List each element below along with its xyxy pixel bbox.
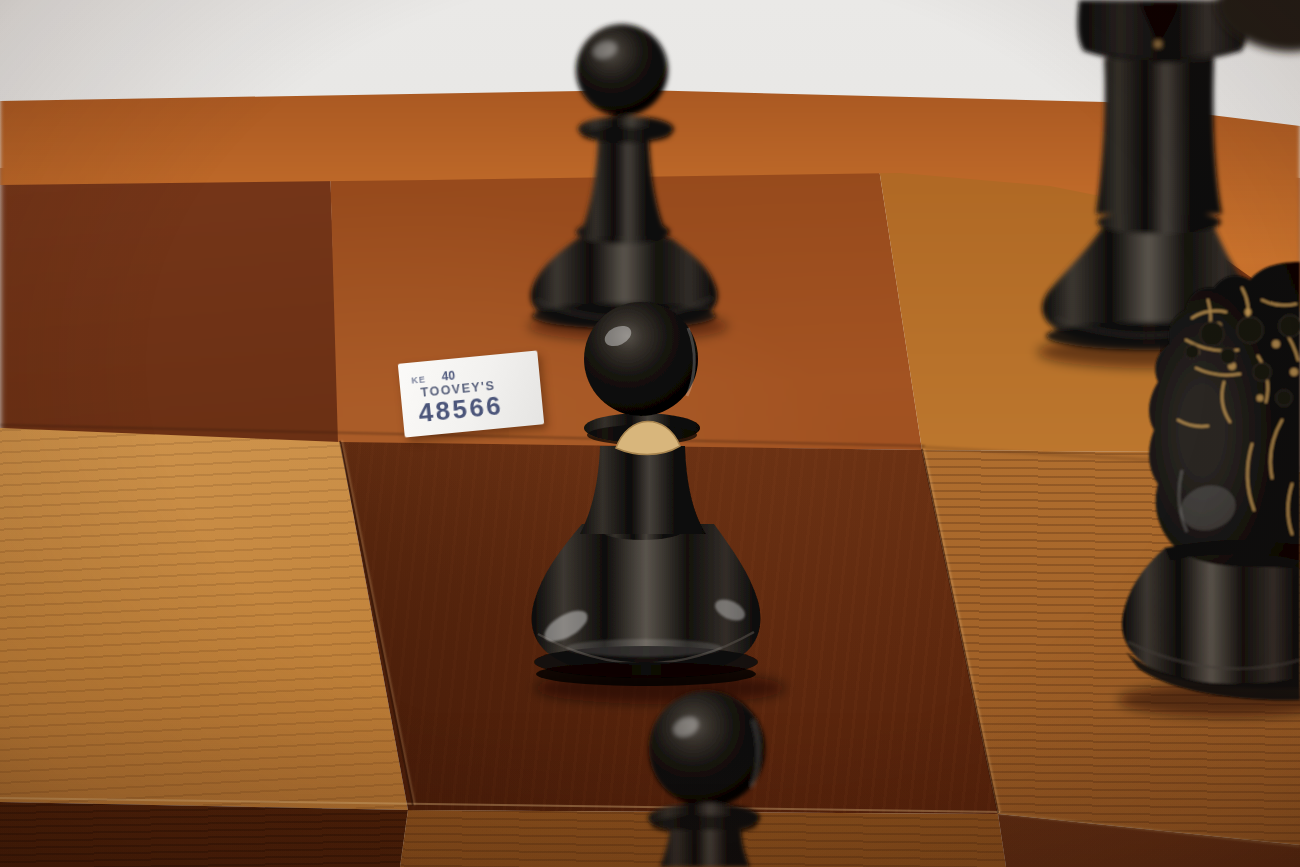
sticker-code-right: 40 [441,368,456,383]
chessboard-photograph: KE 40 TOOVEY'S 48566 [0,0,1300,867]
chess-pieces-layer [0,0,1300,867]
black-pawn-far [531,24,718,329]
black-pawn-middle [532,302,761,686]
auction-sticker: KE 40 TOOVEY'S 48566 [398,350,544,437]
black-pawn-near [648,691,765,867]
sticker-code-left: KE [411,374,426,385]
